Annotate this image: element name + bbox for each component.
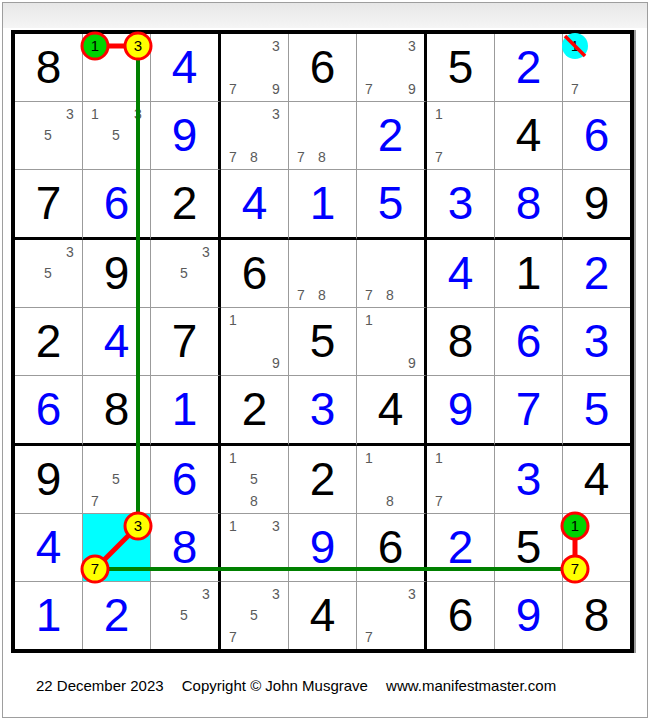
cell-r6c3[interactable]: 1	[151, 376, 221, 446]
solved-digit: 9	[495, 582, 562, 649]
solved-digit: 6	[151, 446, 218, 513]
solved-digit: 8	[151, 514, 218, 581]
given-digit: 6	[289, 34, 356, 101]
cell-r8c7[interactable]: 2	[427, 514, 495, 582]
solved-digit: 3	[289, 376, 356, 443]
cell-r2c3[interactable]: 9	[151, 102, 221, 170]
candidate-8: 8	[313, 286, 331, 304]
solved-digit: 3	[563, 308, 630, 375]
cell-r8c6[interactable]: 6	[357, 514, 427, 582]
cell-r1c1[interactable]: 8	[15, 34, 83, 102]
solved-digit: 5	[357, 170, 424, 237]
cell-r5c5[interactable]: 5	[289, 308, 357, 376]
candidate-1: 1	[360, 311, 378, 329]
candidate-7: 7	[360, 286, 378, 304]
cell-r3c8[interactable]: 8	[495, 170, 563, 240]
cell-r2c9[interactable]: 6	[563, 102, 630, 170]
candidate-1: 1	[360, 449, 378, 467]
cell-r1c6[interactable]: 379	[357, 34, 427, 102]
cell-r8c3[interactable]: 8	[151, 514, 221, 582]
cell-r5c4[interactable]: 19	[221, 308, 289, 376]
given-digit: 5	[495, 514, 562, 581]
given-digit: 4	[289, 582, 356, 649]
candidate-8: 8	[245, 148, 263, 166]
candidate-1: 1	[224, 311, 242, 329]
cell-r8c9[interactable]: 17	[563, 514, 630, 582]
candidate-1: 1	[430, 449, 448, 467]
candidate-8: 8	[381, 286, 399, 304]
cell-r2c5[interactable]: 78	[289, 102, 357, 170]
given-digit: 4	[563, 446, 630, 513]
cell-r7c9[interactable]: 4	[563, 446, 630, 514]
cell-r4c2[interactable]: 9	[83, 240, 151, 308]
cell-r8c8[interactable]: 5	[495, 514, 563, 582]
candidate-3: 3	[197, 243, 215, 261]
cell-r9c2[interactable]: 2	[83, 582, 151, 649]
given-digit: 8	[83, 376, 150, 443]
cell-r4c9[interactable]: 2	[563, 240, 630, 308]
cell-r3c3[interactable]: 2	[151, 170, 221, 240]
candidate-5: 5	[175, 264, 193, 282]
candidate-1: 1	[86, 105, 104, 123]
candidate-5: 5	[175, 606, 193, 624]
solved-digit: 3	[427, 170, 494, 237]
solved-digit: 1	[289, 170, 356, 237]
candidate-9: 9	[267, 80, 285, 98]
candidate-7: 7	[360, 80, 378, 98]
solved-digit: 9	[289, 514, 356, 581]
cell-r6c7[interactable]: 9	[427, 376, 495, 446]
candidate-3: 3	[129, 37, 147, 55]
cell-r6c4[interactable]: 2	[221, 376, 289, 446]
candidate-8: 8	[313, 148, 331, 166]
candidate-1: 1	[224, 517, 242, 535]
cell-r7c8[interactable]: 3	[495, 446, 563, 514]
cell-r5c6[interactable]: 19	[357, 308, 427, 376]
cell-r7c7[interactable]: 17	[427, 446, 495, 514]
given-digit: 4	[357, 376, 424, 443]
given-digit: 7	[15, 170, 82, 237]
given-digit: 2	[151, 170, 218, 237]
cell-r4c8[interactable]: 1	[495, 240, 563, 308]
cell-r3c1[interactable]: 7	[15, 170, 83, 240]
candidate-7: 7	[430, 492, 448, 510]
candidate-3: 3	[267, 585, 285, 603]
cell-r9c3[interactable]: 35	[151, 582, 221, 649]
candidate-3: 3	[197, 585, 215, 603]
cell-r4c1[interactable]: 35	[15, 240, 83, 308]
candidate-5: 5	[39, 126, 57, 144]
solved-digit: 6	[495, 308, 562, 375]
given-digit: 9	[15, 446, 82, 513]
candidate-3: 3	[267, 517, 285, 535]
given-digit: 6	[357, 514, 424, 581]
cell-r9c9[interactable]: 8	[563, 582, 630, 649]
page: 8134379637952173513593787821746762415389…	[0, 0, 650, 720]
candidate-3: 3	[61, 105, 79, 123]
cell-r3c7[interactable]: 3	[427, 170, 495, 240]
candidate-1: 1	[430, 105, 448, 123]
solved-digit: 2	[495, 34, 562, 101]
cell-r2c2[interactable]: 135	[83, 102, 151, 170]
cell-r3c9[interactable]: 9	[563, 170, 630, 240]
candidate-1: 1	[224, 449, 242, 467]
cell-r3c5[interactable]: 1	[289, 170, 357, 240]
cell-r1c9[interactable]: 17	[563, 34, 630, 102]
cell-r9c7[interactable]: 6	[427, 582, 495, 649]
solved-digit: 3	[495, 446, 562, 513]
cell-r7c4[interactable]: 158	[221, 446, 289, 514]
cell-r8c2[interactable]: 37	[83, 514, 151, 582]
solved-digit: 4	[83, 308, 150, 375]
cell-r2c6[interactable]: 2	[357, 102, 427, 170]
top-toolbar-area	[3, 3, 647, 28]
cell-r1c2[interactable]: 13	[83, 34, 151, 102]
solved-digit: 5	[563, 376, 630, 443]
solved-digit: 2	[83, 582, 150, 649]
cell-r2c1[interactable]: 35	[15, 102, 83, 170]
cell-r6c1[interactable]: 6	[15, 376, 83, 446]
solved-digit: 7	[495, 376, 562, 443]
solved-digit: 1	[151, 376, 218, 443]
candidate-7: 7	[566, 80, 584, 98]
cell-r4c4[interactable]: 6	[221, 240, 289, 308]
given-digit: 2	[289, 446, 356, 513]
candidate-7: 7	[86, 560, 104, 578]
candidate-3: 3	[129, 517, 147, 535]
solved-digit: 4	[221, 170, 288, 237]
given-digit: 5	[289, 308, 356, 375]
cell-r7c6[interactable]: 18	[357, 446, 427, 514]
footer: 22 December 2023 Copyright © John Musgra…	[36, 677, 570, 694]
cell-r1c3[interactable]: 4	[151, 34, 221, 102]
cell-r4c5[interactable]: 78	[289, 240, 357, 308]
cell-r8c5[interactable]: 9	[289, 514, 357, 582]
cell-r4c7[interactable]: 4	[427, 240, 495, 308]
given-digit: 4	[495, 102, 562, 169]
sudoku-board: 8134379637952173513593787821746762415389…	[11, 30, 634, 653]
candidate-3: 3	[267, 37, 285, 55]
solved-digit: 6	[563, 102, 630, 169]
candidate-7: 7	[360, 628, 378, 646]
given-digit: 8	[427, 308, 494, 375]
candidate-9: 9	[403, 354, 421, 372]
candidate-7: 7	[430, 148, 448, 166]
cell-r5c1[interactable]: 2	[15, 308, 83, 376]
cell-r3c4[interactable]: 4	[221, 170, 289, 240]
cell-r9c6[interactable]: 37	[357, 582, 427, 649]
cell-r9c5[interactable]: 4	[289, 582, 357, 649]
solved-digit: 2	[357, 102, 424, 169]
candidate-8: 8	[245, 492, 263, 510]
cell-r2c4[interactable]: 378	[221, 102, 289, 170]
cell-r6c6[interactable]: 4	[357, 376, 427, 446]
cell-r3c2[interactable]: 6	[83, 170, 151, 240]
candidate-5: 5	[107, 470, 125, 488]
cell-r1c4[interactable]: 379	[221, 34, 289, 102]
cell-r5c3[interactable]: 7	[151, 308, 221, 376]
candidate-7: 7	[292, 286, 310, 304]
candidate-7: 7	[224, 80, 242, 98]
cell-r6c9[interactable]: 5	[563, 376, 630, 446]
solved-digit: 6	[83, 170, 150, 237]
cell-r5c7[interactable]: 8	[427, 308, 495, 376]
candidate-5: 5	[245, 470, 263, 488]
cell-r1c7[interactable]: 5	[427, 34, 495, 102]
candidate-3: 3	[61, 243, 79, 261]
cell-r2c7[interactable]: 17	[427, 102, 495, 170]
given-digit: 8	[563, 582, 630, 649]
candidate-3: 3	[403, 37, 421, 55]
given-digit: 1	[495, 240, 562, 307]
candidate-7: 7	[224, 628, 242, 646]
cell-r8c1[interactable]: 4	[15, 514, 83, 582]
cell-r7c5[interactable]: 2	[289, 446, 357, 514]
candidate-9: 9	[403, 80, 421, 98]
cell-r5c9[interactable]: 3	[563, 308, 630, 376]
candidate-1: 1	[86, 37, 104, 55]
cell-r4c6[interactable]: 78	[357, 240, 427, 308]
cell-r8c4[interactable]: 13	[221, 514, 289, 582]
footer-copyright: Copyright © John Musgrave	[182, 677, 368, 694]
solved-digit: 6	[15, 376, 82, 443]
solved-digit: 2	[427, 514, 494, 581]
given-digit: 6	[221, 240, 288, 307]
solved-digit: 2	[563, 240, 630, 307]
candidate-5: 5	[107, 126, 125, 144]
given-digit: 9	[563, 170, 630, 237]
cell-r3c6[interactable]: 5	[357, 170, 427, 240]
window-frame: 8134379637952173513593787821746762415389…	[2, 2, 648, 718]
candidate-9: 9	[267, 354, 285, 372]
cell-r9c1[interactable]: 1	[15, 582, 83, 649]
solved-digit: 9	[427, 376, 494, 443]
candidate-7: 7	[224, 148, 242, 166]
solved-digit: 8	[495, 170, 562, 237]
cell-r6c5[interactable]: 3	[289, 376, 357, 446]
candidate-3: 3	[129, 105, 147, 123]
given-digit: 8	[15, 34, 82, 101]
candidate-3: 3	[403, 585, 421, 603]
cell-r5c8[interactable]: 6	[495, 308, 563, 376]
candidate-5: 5	[245, 606, 263, 624]
cell-r7c1[interactable]: 9	[15, 446, 83, 514]
cell-r7c2[interactable]: 57	[83, 446, 151, 514]
given-digit: 6	[427, 582, 494, 649]
solved-digit: 4	[15, 514, 82, 581]
cell-r4c3[interactable]: 35	[151, 240, 221, 308]
candidate-8: 8	[381, 492, 399, 510]
cell-r6c8[interactable]: 7	[495, 376, 563, 446]
candidate-7: 7	[86, 492, 104, 510]
candidate-7: 7	[566, 560, 584, 578]
candidate-5: 5	[39, 264, 57, 282]
given-digit: 7	[151, 308, 218, 375]
given-digit: 5	[427, 34, 494, 101]
cell-r2c8[interactable]: 4	[495, 102, 563, 170]
cell-r9c8[interactable]: 9	[495, 582, 563, 649]
candidate-1: 1	[566, 37, 584, 55]
given-digit: 2	[221, 376, 288, 443]
given-digit: 2	[15, 308, 82, 375]
candidate-1: 1	[566, 517, 584, 535]
solved-digit: 9	[151, 102, 218, 169]
cell-r1c8[interactable]: 2	[495, 34, 563, 102]
solved-digit: 1	[15, 582, 82, 649]
cell-r6c2[interactable]: 8	[83, 376, 151, 446]
candidate-7: 7	[292, 148, 310, 166]
solved-digit: 4	[427, 240, 494, 307]
cell-r7c3[interactable]: 6	[151, 446, 221, 514]
candidate-3: 3	[267, 105, 285, 123]
given-digit: 9	[83, 240, 150, 307]
solved-digit: 4	[151, 34, 218, 101]
footer-website[interactable]: www.manifestmaster.com	[386, 677, 556, 694]
cell-r1c5[interactable]: 6	[289, 34, 357, 102]
cell-r9c4[interactable]: 357	[221, 582, 289, 649]
cell-r5c2[interactable]: 4	[83, 308, 151, 376]
footer-date: 22 December 2023	[36, 677, 164, 694]
